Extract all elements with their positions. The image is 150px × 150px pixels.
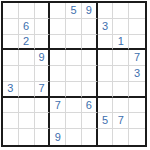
cell-r3c6[interactable]: [82, 35, 98, 51]
cell-r4c8[interactable]: [113, 50, 129, 66]
cell-r8c5[interactable]: [66, 113, 82, 129]
cell-r8c7[interactable]: 5: [98, 113, 114, 129]
cell-r3c3[interactable]: [35, 35, 51, 51]
cell-r9c7[interactable]: [98, 129, 114, 145]
cell-r8c1[interactable]: [3, 113, 19, 129]
cell-r6c6[interactable]: [82, 82, 98, 98]
cell-r5c8[interactable]: [113, 66, 129, 82]
cell-r8c6[interactable]: [82, 113, 98, 129]
cell-r5c7[interactable]: [98, 66, 114, 82]
cell-r2c9[interactable]: [129, 19, 145, 35]
cell-r6c8[interactable]: [113, 82, 129, 98]
cell-r2c4[interactable]: [50, 19, 66, 35]
cell-r2c5[interactable]: [66, 19, 82, 35]
cell-r1c1[interactable]: [3, 3, 19, 19]
cell-r3c8[interactable]: 1: [113, 35, 129, 51]
cell-r2c7[interactable]: 3: [98, 19, 114, 35]
cell-r4c6[interactable]: [82, 50, 98, 66]
cell-r5c9[interactable]: 3: [129, 66, 145, 82]
cell-r2c1[interactable]: [3, 19, 19, 35]
cell-r4c7[interactable]: [98, 50, 114, 66]
cell-r6c1[interactable]: 3: [3, 82, 19, 98]
cell-r5c4[interactable]: [50, 66, 66, 82]
cell-r5c6[interactable]: [82, 66, 98, 82]
cell-r1c3[interactable]: [35, 3, 51, 19]
cell-r6c5[interactable]: [66, 82, 82, 98]
cell-r7c4[interactable]: 7: [50, 98, 66, 114]
sudoku-board: 5963219733776579: [1, 1, 147, 147]
cell-r7c3[interactable]: [35, 98, 51, 114]
cell-r9c9[interactable]: [129, 129, 145, 145]
cell-r2c2[interactable]: 6: [19, 19, 35, 35]
cell-r7c6[interactable]: 6: [82, 98, 98, 114]
cell-r7c7[interactable]: [98, 98, 114, 114]
cell-r3c9[interactable]: [129, 35, 145, 51]
cell-r1c2[interactable]: [19, 3, 35, 19]
cell-r7c1[interactable]: [3, 98, 19, 114]
cell-r9c2[interactable]: [19, 129, 35, 145]
cell-r3c7[interactable]: [98, 35, 114, 51]
cell-r9c1[interactable]: [3, 129, 19, 145]
cell-r1c9[interactable]: [129, 3, 145, 19]
cell-r9c3[interactable]: [35, 129, 51, 145]
cell-r1c4[interactable]: [50, 3, 66, 19]
cell-r3c1[interactable]: [3, 35, 19, 51]
cell-r9c5[interactable]: [66, 129, 82, 145]
cell-r6c2[interactable]: [19, 82, 35, 98]
cell-r8c3[interactable]: [35, 113, 51, 129]
cell-r8c4[interactable]: [50, 113, 66, 129]
cell-r1c8[interactable]: [113, 3, 129, 19]
cell-r4c9[interactable]: 7: [129, 50, 145, 66]
cell-r8c9[interactable]: [129, 113, 145, 129]
cell-r6c4[interactable]: [50, 82, 66, 98]
cell-r2c3[interactable]: [35, 19, 51, 35]
cell-r3c2[interactable]: 2: [19, 35, 35, 51]
cell-r6c9[interactable]: [129, 82, 145, 98]
cell-r5c2[interactable]: [19, 66, 35, 82]
cell-r5c3[interactable]: [35, 66, 51, 82]
cell-r6c3[interactable]: 7: [35, 82, 51, 98]
cell-r7c9[interactable]: [129, 98, 145, 114]
cell-r3c5[interactable]: [66, 35, 82, 51]
cell-r4c3[interactable]: 9: [35, 50, 51, 66]
cell-r9c8[interactable]: [113, 129, 129, 145]
cell-r1c5[interactable]: 5: [66, 3, 82, 19]
cell-r1c7[interactable]: [98, 3, 114, 19]
cell-r8c8[interactable]: 7: [113, 113, 129, 129]
cell-r4c1[interactable]: [3, 50, 19, 66]
cell-r7c2[interactable]: [19, 98, 35, 114]
cell-r3c4[interactable]: [50, 35, 66, 51]
cell-r4c4[interactable]: [50, 50, 66, 66]
cell-r9c6[interactable]: [82, 129, 98, 145]
cell-r9c4[interactable]: 9: [50, 129, 66, 145]
cell-r7c8[interactable]: [113, 98, 129, 114]
cell-r7c5[interactable]: [66, 98, 82, 114]
cell-r5c5[interactable]: [66, 66, 82, 82]
cell-r2c8[interactable]: [113, 19, 129, 35]
cell-r5c1[interactable]: [3, 66, 19, 82]
cell-r8c2[interactable]: [19, 113, 35, 129]
cell-r1c6[interactable]: 9: [82, 3, 98, 19]
cell-r2c6[interactable]: [82, 19, 98, 35]
cell-r6c7[interactable]: [98, 82, 114, 98]
cell-r4c5[interactable]: [66, 50, 82, 66]
cell-r4c2[interactable]: [19, 50, 35, 66]
